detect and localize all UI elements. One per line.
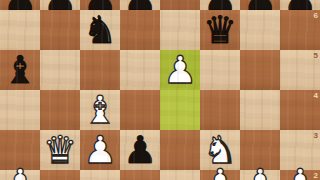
piece-black-knight-c6[interactable]: ♞ (80, 10, 120, 50)
piece-white-pawn-e5[interactable]: ♟ (160, 50, 200, 90)
square-b7[interactable]: ♟ (40, 0, 80, 10)
piece-white-pawn-h2[interactable]: ♟ (280, 163, 320, 180)
square-d3[interactable]: ♟ (120, 130, 160, 170)
square-a7[interactable]: ♟ (0, 0, 40, 10)
piece-white-pawn-g2[interactable]: ♟ (240, 163, 280, 180)
square-c2[interactable] (80, 170, 120, 180)
square-g4[interactable] (240, 90, 280, 130)
rank-coordinate-4: 4 (314, 91, 318, 100)
square-e3[interactable] (160, 130, 200, 170)
piece-black-pawn-d3[interactable]: ♟ (120, 130, 160, 170)
square-c5[interactable] (80, 50, 120, 90)
square-c4[interactable]: ♝ (80, 90, 120, 130)
square-e5[interactable]: ♟ (160, 50, 200, 90)
square-b6[interactable] (40, 10, 80, 50)
square-h4[interactable]: 4 (280, 90, 320, 130)
rank-coordinate-6: 6 (314, 11, 318, 20)
rank-coordinate-5: 5 (314, 51, 318, 60)
square-b2[interactable] (40, 170, 80, 180)
square-f6[interactable]: ♛ (200, 10, 240, 50)
square-a6[interactable] (0, 10, 40, 50)
rank-coordinate-3: 3 (314, 131, 318, 140)
piece-white-bishop-c4[interactable]: ♝ (80, 90, 120, 130)
square-f5[interactable] (200, 50, 240, 90)
square-e2[interactable] (160, 170, 200, 180)
square-f2[interactable]: ♟ (200, 170, 240, 180)
piece-black-queen-f6[interactable]: ♛ (200, 10, 240, 50)
piece-white-pawn-c3[interactable]: ♟ (80, 130, 120, 170)
square-g5[interactable] (240, 50, 280, 90)
square-d7[interactable]: ♟ (120, 0, 160, 10)
square-d6[interactable] (120, 10, 160, 50)
square-e7[interactable] (160, 0, 200, 10)
square-h7[interactable]: ♟ (280, 0, 320, 10)
square-a4[interactable] (0, 90, 40, 130)
square-b4[interactable] (40, 90, 80, 130)
square-d4[interactable] (120, 90, 160, 130)
square-c3[interactable]: ♟ (80, 130, 120, 170)
square-b5[interactable] (40, 50, 80, 90)
square-f4[interactable] (200, 90, 240, 130)
piece-white-pawn-f2[interactable]: ♟ (200, 163, 240, 180)
chessboard[interactable]: ♟♟♟♟♟♟♟♞♛6♝♟5♝4♛♟♟♞3♟♟♟♟2 (0, 0, 320, 180)
square-a2[interactable]: ♟ (0, 170, 40, 180)
square-b3[interactable]: ♛ (40, 130, 80, 170)
chessboard-viewport: ♟♟♟♟♟♟♟♞♛6♝♟5♝4♛♟♟♞3♟♟♟♟2 (0, 0, 320, 180)
square-e6[interactable] (160, 10, 200, 50)
square-h6[interactable]: 6 (280, 10, 320, 50)
square-d5[interactable] (120, 50, 160, 90)
piece-white-pawn-a2[interactable]: ♟ (0, 163, 40, 180)
square-a5[interactable]: ♝ (0, 50, 40, 90)
square-h5[interactable]: 5 (280, 50, 320, 90)
square-c6[interactable]: ♞ (80, 10, 120, 50)
square-d2[interactable] (120, 170, 160, 180)
piece-white-queen-b3[interactable]: ♛ (40, 130, 80, 170)
square-g6[interactable] (240, 10, 280, 50)
square-g7[interactable]: ♟ (240, 0, 280, 10)
square-e4[interactable] (160, 90, 200, 130)
square-g2[interactable]: ♟ (240, 170, 280, 180)
square-h2[interactable]: ♟2 (280, 170, 320, 180)
piece-black-bishop-a5[interactable]: ♝ (0, 50, 40, 90)
